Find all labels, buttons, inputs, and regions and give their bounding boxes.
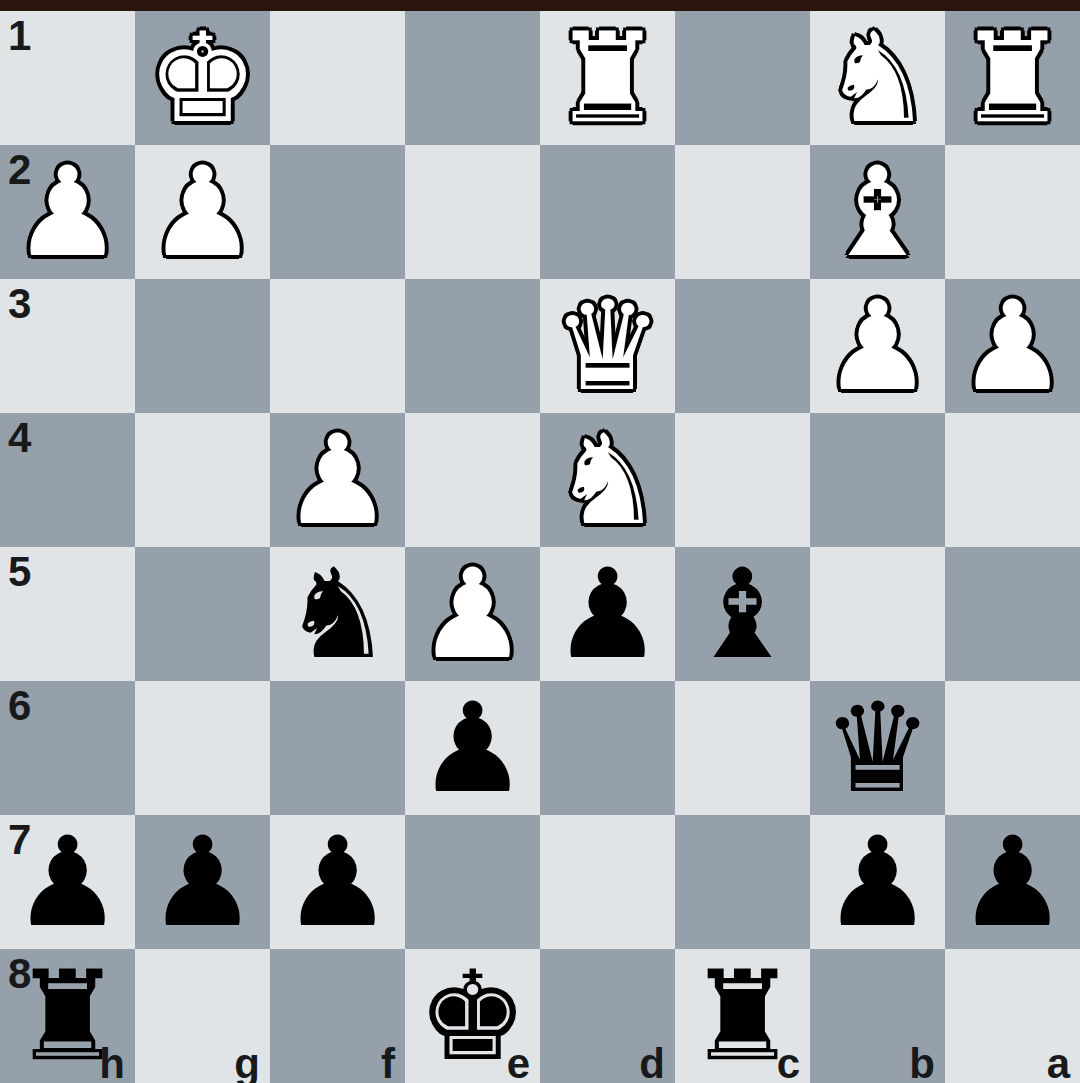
file-label-g: g bbox=[234, 1043, 260, 1083]
file-label-d: d bbox=[639, 1043, 665, 1083]
file-label-b: b bbox=[909, 1043, 935, 1083]
square-a1[interactable]: ♜ bbox=[945, 11, 1080, 145]
square-e6[interactable]: ♟ bbox=[405, 681, 540, 815]
black-pawn[interactable]: ♟ bbox=[822, 820, 933, 944]
black-pawn[interactable]: ♟ bbox=[552, 552, 663, 676]
black-queen[interactable]: ♛ bbox=[822, 686, 933, 810]
square-d3[interactable]: ♛ bbox=[540, 279, 675, 413]
square-c7[interactable] bbox=[675, 815, 810, 949]
square-d5[interactable]: ♟ bbox=[540, 547, 675, 681]
square-c5[interactable]: ♝ bbox=[675, 547, 810, 681]
rank-label-1: 1 bbox=[8, 15, 31, 57]
square-a6[interactable] bbox=[945, 681, 1080, 815]
black-rook[interactable]: ♜ bbox=[687, 954, 798, 1078]
white-knight[interactable]: ♞ bbox=[552, 418, 663, 542]
square-h1[interactable]: 1 bbox=[0, 11, 135, 145]
square-e4[interactable] bbox=[405, 413, 540, 547]
file-label-f: f bbox=[381, 1043, 395, 1083]
square-b3[interactable]: ♟ bbox=[810, 279, 945, 413]
square-h4[interactable]: 4 bbox=[0, 413, 135, 547]
white-rook[interactable]: ♜ bbox=[957, 16, 1068, 140]
square-b4[interactable] bbox=[810, 413, 945, 547]
square-e1[interactable] bbox=[405, 11, 540, 145]
square-h8[interactable]: ♜8h bbox=[0, 949, 135, 1083]
square-f6[interactable] bbox=[270, 681, 405, 815]
square-g8[interactable]: g bbox=[135, 949, 270, 1083]
square-c3[interactable] bbox=[675, 279, 810, 413]
square-f1[interactable] bbox=[270, 11, 405, 145]
square-a2[interactable] bbox=[945, 145, 1080, 279]
white-rook[interactable]: ♜ bbox=[552, 16, 663, 140]
black-rook[interactable]: ♜ bbox=[12, 954, 123, 1078]
square-g2[interactable]: ♟ bbox=[135, 145, 270, 279]
file-label-a: a bbox=[1047, 1043, 1070, 1083]
square-g7[interactable]: ♟ bbox=[135, 815, 270, 949]
square-c8[interactable]: ♜c bbox=[675, 949, 810, 1083]
black-pawn[interactable]: ♟ bbox=[12, 820, 123, 944]
rank-label-5: 5 bbox=[8, 551, 31, 593]
white-queen[interactable]: ♛ bbox=[552, 284, 663, 408]
square-g6[interactable] bbox=[135, 681, 270, 815]
square-b1[interactable]: ♞ bbox=[810, 11, 945, 145]
square-c6[interactable] bbox=[675, 681, 810, 815]
white-pawn[interactable]: ♟ bbox=[417, 552, 528, 676]
square-d8[interactable]: d bbox=[540, 949, 675, 1083]
square-e5[interactable]: ♟ bbox=[405, 547, 540, 681]
square-f4[interactable]: ♟ bbox=[270, 413, 405, 547]
square-a8[interactable]: a bbox=[945, 949, 1080, 1083]
square-e3[interactable] bbox=[405, 279, 540, 413]
square-b6[interactable]: ♛ bbox=[810, 681, 945, 815]
square-e2[interactable] bbox=[405, 145, 540, 279]
square-c1[interactable] bbox=[675, 11, 810, 145]
white-bishop[interactable]: ♝ bbox=[822, 150, 933, 274]
square-b5[interactable] bbox=[810, 547, 945, 681]
square-a5[interactable] bbox=[945, 547, 1080, 681]
square-f7[interactable]: ♟ bbox=[270, 815, 405, 949]
white-pawn[interactable]: ♟ bbox=[957, 284, 1068, 408]
rank-label-6: 6 bbox=[8, 685, 31, 727]
square-b8[interactable]: b bbox=[810, 949, 945, 1083]
square-f8[interactable]: f bbox=[270, 949, 405, 1083]
square-a4[interactable] bbox=[945, 413, 1080, 547]
square-d7[interactable] bbox=[540, 815, 675, 949]
board: 1♚♜♞♜♟2♟♝3♛♟♟4♟♞5♞♟♟♝6♟♛♟7♟♟♟♟♜8hgf♚ed♜c… bbox=[0, 11, 1080, 1083]
square-a7[interactable]: ♟ bbox=[945, 815, 1080, 949]
square-c4[interactable] bbox=[675, 413, 810, 547]
square-g1[interactable]: ♚ bbox=[135, 11, 270, 145]
square-b2[interactable]: ♝ bbox=[810, 145, 945, 279]
square-g4[interactable] bbox=[135, 413, 270, 547]
square-h6[interactable]: 6 bbox=[0, 681, 135, 815]
white-pawn[interactable]: ♟ bbox=[12, 150, 123, 274]
black-king[interactable]: ♚ bbox=[417, 954, 528, 1078]
square-f5[interactable]: ♞ bbox=[270, 547, 405, 681]
square-d4[interactable]: ♞ bbox=[540, 413, 675, 547]
square-e7[interactable] bbox=[405, 815, 540, 949]
black-pawn[interactable]: ♟ bbox=[282, 820, 393, 944]
square-h7[interactable]: ♟7 bbox=[0, 815, 135, 949]
black-pawn[interactable]: ♟ bbox=[417, 686, 528, 810]
square-a3[interactable]: ♟ bbox=[945, 279, 1080, 413]
square-c2[interactable] bbox=[675, 145, 810, 279]
square-g5[interactable] bbox=[135, 547, 270, 681]
square-f3[interactable] bbox=[270, 279, 405, 413]
black-knight[interactable]: ♞ bbox=[282, 552, 393, 676]
square-h2[interactable]: ♟2 bbox=[0, 145, 135, 279]
square-e8[interactable]: ♚e bbox=[405, 949, 540, 1083]
black-pawn[interactable]: ♟ bbox=[957, 820, 1068, 944]
white-pawn[interactable]: ♟ bbox=[282, 418, 393, 542]
white-knight[interactable]: ♞ bbox=[822, 16, 933, 140]
rank-label-3: 3 bbox=[8, 283, 31, 325]
square-g3[interactable] bbox=[135, 279, 270, 413]
white-pawn[interactable]: ♟ bbox=[147, 150, 258, 274]
square-h3[interactable]: 3 bbox=[0, 279, 135, 413]
black-bishop[interactable]: ♝ bbox=[687, 552, 798, 676]
square-d2[interactable] bbox=[540, 145, 675, 279]
rank-label-4: 4 bbox=[8, 417, 31, 459]
square-d1[interactable]: ♜ bbox=[540, 11, 675, 145]
black-pawn[interactable]: ♟ bbox=[147, 820, 258, 944]
square-b7[interactable]: ♟ bbox=[810, 815, 945, 949]
white-pawn[interactable]: ♟ bbox=[822, 284, 933, 408]
square-d6[interactable] bbox=[540, 681, 675, 815]
square-f2[interactable] bbox=[270, 145, 405, 279]
white-king[interactable]: ♚ bbox=[147, 16, 258, 140]
square-h5[interactable]: 5 bbox=[0, 547, 135, 681]
